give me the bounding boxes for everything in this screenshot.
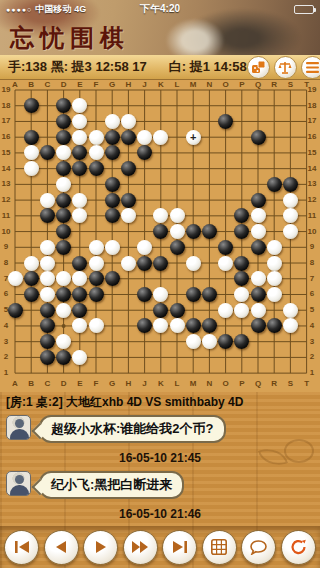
white-stone-F15	[89, 145, 104, 160]
white-stone-C8	[40, 256, 55, 271]
white-stone-Q5	[251, 303, 266, 318]
row-label-left: 6	[0, 289, 12, 298]
row-label-right: 2	[306, 352, 318, 361]
row-label-right: 4	[306, 321, 318, 330]
leaf-decoration	[284, 439, 314, 463]
row-label-right: 5	[306, 305, 318, 314]
white-stone-P5	[234, 303, 249, 318]
black-stone-C2	[40, 350, 55, 365]
row-label-right: 8	[306, 258, 318, 267]
col-label-bottom: B	[25, 379, 37, 388]
row-label-left: 19	[0, 85, 12, 94]
col-label-top: H	[122, 80, 134, 89]
row-label-right: 15	[306, 148, 318, 157]
black-stone-C5	[40, 303, 55, 318]
white-stone-Q7	[251, 271, 266, 286]
pass-loop-button[interactable]	[281, 530, 316, 565]
go-board[interactable]: AABBCCDDEEFFGGHHJJKKLLMMNNOOPPQQRRSSTT19…	[0, 80, 320, 392]
black-stone-C3	[40, 334, 55, 349]
white-stone-B8	[24, 256, 39, 271]
black-stone-M6	[186, 287, 201, 302]
battery-icon	[294, 5, 314, 14]
white-stone-A7	[8, 271, 23, 286]
black-stone-G7	[105, 271, 120, 286]
black-stone-L5	[170, 303, 185, 318]
chat-message-row: 超级小水杯:谁能给我2个币?	[6, 415, 320, 443]
scales-button[interactable]	[274, 56, 297, 79]
col-label-top: D	[58, 80, 70, 89]
white-stone-L4	[170, 318, 185, 333]
row-label-right: 6	[306, 289, 318, 298]
row-label-left: 10	[0, 227, 12, 236]
black-stone-Q9	[251, 240, 266, 255]
play-button[interactable]	[83, 530, 118, 565]
col-label-top: J	[139, 80, 151, 89]
white-player-info: 白: 提1 14:58	[169, 58, 247, 76]
chat-area: 超级小水杯:谁能给我2个币?16-05-10 21:45纪小飞:黑把白断进来16…	[0, 409, 320, 526]
col-label-bottom: D	[58, 379, 70, 388]
col-label-top: C	[41, 80, 53, 89]
count-grid-button[interactable]	[202, 530, 237, 565]
col-label-top: P	[236, 80, 248, 89]
col-label-top: M	[187, 80, 199, 89]
row-label-right: 9	[306, 242, 318, 251]
row-label-left: 11	[0, 211, 12, 220]
black-stone-D6	[56, 287, 71, 302]
white-stone-L10	[170, 224, 185, 239]
chat-bubble: 纪小飞:黑把白断进来	[39, 471, 184, 499]
col-label-top: G	[106, 80, 118, 89]
col-label-top: O	[220, 80, 232, 89]
col-label-top: B	[25, 80, 37, 89]
col-label-top: N	[203, 80, 215, 89]
white-stone-O5	[218, 303, 233, 318]
black-stone-G16	[105, 130, 120, 145]
white-stone-G9	[105, 240, 120, 255]
chat-bubble: 超级小水杯:谁能给我2个币?	[39, 415, 226, 443]
col-label-bottom: F	[90, 379, 102, 388]
row-label-right: 10	[306, 227, 318, 236]
room-info: [房:1 桌:2] 大地红xhb 4D VS smithbaby 4D	[0, 392, 320, 409]
avatar	[6, 415, 31, 440]
col-label-bottom: H	[122, 379, 134, 388]
col-label-bottom: T	[301, 379, 313, 388]
status-bar: ●●●●○ 中国移动 4G 下午4:20	[0, 0, 320, 18]
black-stone-G12	[105, 193, 120, 208]
white-stone-S5	[283, 303, 298, 318]
black-stone-Q16	[251, 130, 266, 145]
white-stone-J9	[137, 240, 152, 255]
header-painting: ●●●●○ 中国移动 4G 下午4:20 忘忧围棋	[0, 0, 320, 55]
white-stone-F4	[89, 318, 104, 333]
white-stone-J16	[137, 130, 152, 145]
fast-forward-button[interactable]	[123, 530, 158, 565]
menu-button[interactable]	[301, 56, 320, 79]
white-stone-S12	[283, 193, 298, 208]
black-stone-Q6	[251, 287, 266, 302]
white-stone-R8	[267, 256, 282, 271]
col-label-top: S	[284, 80, 296, 89]
black-stone-L9	[170, 240, 185, 255]
black-player-info: 手:138 黑: 提3 12:58 17	[8, 58, 147, 76]
row-label-right: 18	[306, 101, 318, 110]
white-stone-D13	[56, 177, 71, 192]
black-stone-K8	[153, 256, 168, 271]
game-info-bar: 手:138 黑: 提3 12:58 17 白: 提1 14:58	[0, 55, 320, 80]
black-stone-E8	[72, 256, 87, 271]
avatar	[6, 471, 31, 496]
white-stone-F9	[89, 240, 104, 255]
black-stone-H16	[121, 130, 136, 145]
black-stone-D2	[56, 350, 71, 365]
chat-button[interactable]	[241, 530, 276, 565]
black-stone-Q12	[251, 193, 266, 208]
row-label-left: 2	[0, 352, 12, 361]
row-label-left: 14	[0, 164, 12, 173]
row-label-left: 17	[0, 116, 12, 125]
black-stone-P8	[234, 256, 249, 271]
white-stone-R6	[267, 287, 282, 302]
white-stone-E12	[72, 193, 87, 208]
black-stone-D16	[56, 130, 71, 145]
white-stone-D5	[56, 303, 71, 318]
white-stone-R9	[267, 240, 282, 255]
black-stone-M10	[186, 224, 201, 239]
white-stone-K16	[153, 130, 168, 145]
col-label-bottom: K	[155, 379, 167, 388]
col-label-bottom: J	[139, 379, 151, 388]
chat-message-row: 纪小飞:黑把白断进来	[6, 471, 320, 499]
white-stone-F8	[89, 256, 104, 271]
black-stone-J8	[137, 256, 152, 271]
white-stone-M16: +	[186, 130, 201, 145]
step-back-button[interactable]	[44, 530, 79, 565]
col-label-bottom: G	[106, 379, 118, 388]
col-label-bottom: O	[220, 379, 232, 388]
black-stone-D17	[56, 114, 71, 129]
col-label-bottom: S	[284, 379, 296, 388]
white-stone-M3	[186, 334, 201, 349]
row-label-right: 19	[306, 85, 318, 94]
black-stone-N6	[202, 287, 217, 302]
row-label-right: 7	[306, 274, 318, 283]
white-stone-L11	[170, 208, 185, 223]
black-stone-Q4	[251, 318, 266, 333]
row-label-right: 16	[306, 132, 318, 141]
col-label-top: E	[74, 80, 86, 89]
row-label-left: 3	[0, 337, 12, 346]
col-label-bottom: P	[236, 379, 248, 388]
row-label-right: 17	[306, 116, 318, 125]
black-stone-F7	[89, 271, 104, 286]
row-label-right: 3	[306, 337, 318, 346]
white-stone-F16	[89, 130, 104, 145]
white-stone-C9	[40, 240, 55, 255]
white-stone-H17	[121, 114, 136, 129]
row-label-left: 1	[0, 368, 12, 377]
white-stone-Q10	[251, 224, 266, 239]
app-title: 忘忧围棋	[10, 22, 130, 54]
white-stone-N3	[202, 334, 217, 349]
col-label-bottom: Q	[252, 379, 264, 388]
white-stone-R7	[267, 271, 282, 286]
black-stone-B6	[24, 287, 39, 302]
row-label-left: 13	[0, 179, 12, 188]
black-stone-B18	[24, 98, 39, 113]
white-stone-C6	[40, 287, 55, 302]
black-stone-H14	[121, 161, 136, 176]
col-label-top: K	[155, 80, 167, 89]
white-stone-H8	[121, 256, 136, 271]
ink-painting-highlight	[165, 18, 225, 55]
white-stone-C12	[40, 193, 55, 208]
row-label-left: 18	[0, 101, 12, 110]
black-stone-J6	[137, 287, 152, 302]
dice-button[interactable]	[247, 56, 270, 79]
row-label-left: 15	[0, 148, 12, 157]
white-stone-O8	[218, 256, 233, 271]
white-stone-M8	[186, 256, 201, 271]
black-stone-N10	[202, 224, 217, 239]
col-label-bottom: A	[9, 379, 21, 388]
col-label-bottom: R	[268, 379, 280, 388]
row-label-right: 13	[306, 179, 318, 188]
black-stone-F14	[89, 161, 104, 176]
row-label-left: 4	[0, 321, 12, 330]
status-time: 下午4:20	[0, 2, 320, 16]
col-label-top: Q	[252, 80, 264, 89]
white-stone-E16	[72, 130, 87, 145]
col-label-bottom: M	[187, 379, 199, 388]
col-label-top: L	[171, 80, 183, 89]
white-stone-Q11	[251, 208, 266, 223]
row-label-left: 9	[0, 242, 12, 251]
bottom-toolbar	[0, 526, 320, 568]
black-stone-B7	[24, 271, 39, 286]
black-stone-R13	[267, 177, 282, 192]
black-stone-G11	[105, 208, 120, 223]
black-stone-O9	[218, 240, 233, 255]
chat-timestamp: 16-05-10 21:46	[0, 507, 320, 521]
row-label-left: 16	[0, 132, 12, 141]
black-stone-K5	[153, 303, 168, 318]
app-screen: ●●●●○ 中国移动 4G 下午4:20 忘忧围棋 手:138 黑: 提3 12…	[0, 0, 320, 568]
row-label-right: 12	[306, 195, 318, 204]
black-stone-A5	[8, 303, 23, 318]
black-stone-D9	[56, 240, 71, 255]
black-stone-D12	[56, 193, 71, 208]
go-to-start-button[interactable]	[4, 530, 39, 565]
black-stone-H12	[121, 193, 136, 208]
black-stone-S13	[283, 177, 298, 192]
white-stone-S10	[283, 224, 298, 239]
row-label-right: 11	[306, 211, 318, 220]
col-label-bottom: N	[203, 379, 215, 388]
white-stone-G17	[105, 114, 120, 129]
black-stone-E5	[72, 303, 87, 318]
row-label-left: 8	[0, 258, 12, 267]
black-stone-F6	[89, 287, 104, 302]
row-label-right: 1	[306, 368, 318, 377]
col-label-top: R	[268, 80, 280, 89]
col-label-bottom: L	[171, 379, 183, 388]
row-label-left: 12	[0, 195, 12, 204]
col-label-top: F	[90, 80, 102, 89]
black-stone-O17	[218, 114, 233, 129]
col-label-bottom: E	[74, 379, 86, 388]
black-stone-G13	[105, 177, 120, 192]
col-label-bottom: C	[41, 379, 53, 388]
row-label-right: 14	[306, 164, 318, 173]
go-to-end-button[interactable]	[162, 530, 197, 565]
black-stone-B16	[24, 130, 39, 145]
white-stone-B14	[24, 161, 39, 176]
